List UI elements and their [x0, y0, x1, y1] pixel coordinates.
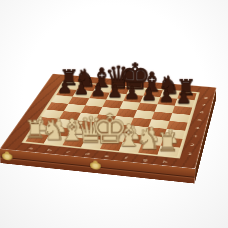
piece-white-rook[interactable]: ♜ [143, 130, 191, 155]
chess-board: abcdefgh 87654321 ♜♞♝♛♚♝♞♜♟♟♟♟♟♟♟♟♟♟♟♟♟♟… [0, 74, 216, 169]
piece-black-pawn[interactable]: ♟ [162, 89, 205, 107]
chess-scene: abcdefgh 87654321 ♜♞♝♛♚♝♞♜♟♟♟♟♟♟♟♟♟♟♟♟♟♟… [0, 0, 228, 228]
brass-clasp-left [2, 153, 13, 161]
square-h7[interactable]: ♟ [175, 99, 195, 108]
square-g5[interactable] [152, 112, 173, 121]
product-photo: abcdefgh 87654321 ♜♞♝♛♚♝♞♜♟♟♟♟♟♟♟♟♟♟♟♟♟♟… [0, 0, 228, 228]
square-h1[interactable]: ♜ [158, 146, 180, 157]
board-frame: abcdefgh 87654321 ♜♞♝♛♚♝♞♜♟♟♟♟♟♟♟♟♟♟♟♟♟♟… [0, 74, 216, 169]
brass-clasp-center [90, 162, 101, 170]
square-h6[interactable] [172, 106, 192, 115]
board-grid: ♜♞♝♛♚♝♞♜♟♟♟♟♟♟♟♟♟♟♟♟♟♟♟♟♜♞♝♛♚♝♞♜ [25, 82, 196, 157]
